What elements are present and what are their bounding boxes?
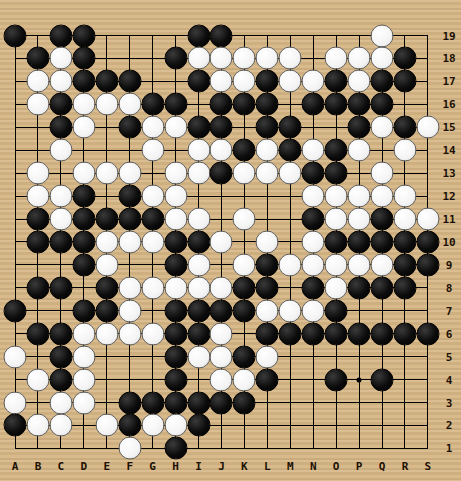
white-stone-E9[interactable] [95, 253, 118, 276]
white-stone-J6[interactable] [210, 322, 233, 345]
white-stone-L18[interactable] [256, 47, 279, 70]
black-stone-R17[interactable] [393, 70, 416, 93]
intersection-H19[interactable] [165, 25, 186, 46]
intersection-G7[interactable] [142, 300, 163, 321]
white-stone-K17[interactable] [233, 70, 256, 93]
intersection-O1[interactable] [326, 438, 347, 459]
white-stone-N14[interactable] [302, 139, 325, 162]
intersection-K15[interactable] [234, 117, 255, 138]
black-stone-S10[interactable] [416, 230, 439, 253]
intersection-R1[interactable] [394, 438, 415, 459]
intersection-G19[interactable] [142, 25, 163, 46]
white-stone-C14[interactable] [49, 139, 72, 162]
black-stone-R6[interactable] [393, 322, 416, 345]
white-stone-J4[interactable] [210, 368, 233, 391]
black-stone-N13[interactable] [302, 162, 325, 185]
white-stone-C2[interactable] [49, 414, 72, 437]
intersection-S8[interactable] [417, 277, 438, 298]
white-stone-D3[interactable] [72, 391, 95, 414]
black-stone-K7[interactable] [233, 299, 256, 322]
black-stone-H4[interactable] [164, 368, 187, 391]
black-stone-I10[interactable] [187, 230, 210, 253]
intersection-C7[interactable] [50, 300, 71, 321]
intersection-J12[interactable] [211, 186, 232, 207]
black-stone-J19[interactable] [210, 24, 233, 47]
intersection-S2[interactable] [417, 415, 438, 436]
intersection-K1[interactable] [234, 438, 255, 459]
black-stone-Q17[interactable] [371, 70, 394, 93]
black-stone-N6[interactable] [302, 322, 325, 345]
intersection-D2[interactable] [73, 415, 94, 436]
white-stone-G8[interactable] [141, 276, 164, 299]
intersection-G4[interactable] [142, 369, 163, 390]
black-stone-C4[interactable] [49, 368, 72, 391]
intersection-G17[interactable] [142, 71, 163, 92]
black-stone-C6[interactable] [49, 322, 72, 345]
black-stone-L15[interactable] [256, 116, 279, 139]
white-stone-A3[interactable] [4, 391, 27, 414]
black-stone-H7[interactable] [164, 299, 187, 322]
intersection-B19[interactable] [27, 25, 48, 46]
intersection-L11[interactable] [257, 209, 278, 230]
intersection-A11[interactable] [5, 209, 26, 230]
white-stone-B4[interactable] [26, 368, 49, 391]
black-stone-I7[interactable] [187, 299, 210, 322]
intersection-M12[interactable] [280, 186, 301, 207]
intersection-R4[interactable] [394, 369, 415, 390]
intersection-N5[interactable] [303, 346, 324, 367]
intersection-A6[interactable] [5, 323, 26, 344]
black-stone-E11[interactable] [95, 208, 118, 231]
intersection-L2[interactable] [257, 415, 278, 436]
black-stone-K5[interactable] [233, 345, 256, 368]
white-stone-E2[interactable] [95, 414, 118, 437]
black-stone-H18[interactable] [164, 47, 187, 70]
black-stone-R15[interactable] [393, 116, 416, 139]
white-stone-G14[interactable] [141, 139, 164, 162]
white-stone-H8[interactable] [164, 276, 187, 299]
black-stone-O4[interactable] [325, 368, 348, 391]
black-stone-M14[interactable] [279, 139, 302, 162]
black-stone-B8[interactable] [26, 276, 49, 299]
white-stone-I13[interactable] [187, 162, 210, 185]
black-stone-L6[interactable] [256, 322, 279, 345]
white-stone-J5[interactable] [210, 345, 233, 368]
white-stone-H15[interactable] [164, 116, 187, 139]
black-stone-J15[interactable] [210, 116, 233, 139]
black-stone-L16[interactable] [256, 93, 279, 116]
black-stone-D12[interactable] [72, 185, 95, 208]
white-stone-G6[interactable] [141, 322, 164, 345]
black-stone-C8[interactable] [49, 276, 72, 299]
black-stone-D10[interactable] [72, 230, 95, 253]
intersection-S12[interactable] [417, 186, 438, 207]
white-stone-J18[interactable] [210, 47, 233, 70]
black-stone-E17[interactable] [95, 70, 118, 93]
intersection-E14[interactable] [96, 140, 117, 161]
black-stone-S9[interactable] [416, 253, 439, 276]
black-stone-K8[interactable] [233, 276, 256, 299]
intersection-C9[interactable] [50, 254, 71, 275]
intersection-J9[interactable] [211, 254, 232, 275]
intersection-B3[interactable] [27, 392, 48, 413]
black-stone-L9[interactable] [256, 253, 279, 276]
black-stone-D19[interactable] [72, 24, 95, 47]
intersection-O3[interactable] [326, 392, 347, 413]
white-stone-G15[interactable] [141, 116, 164, 139]
black-stone-O17[interactable] [325, 70, 348, 93]
intersection-N19[interactable] [303, 25, 324, 46]
black-stone-N16[interactable] [302, 93, 325, 116]
intersection-A16[interactable] [5, 94, 26, 115]
black-stone-I17[interactable] [187, 70, 210, 93]
black-stone-O10[interactable] [325, 230, 348, 253]
black-stone-P6[interactable] [348, 322, 371, 345]
white-stone-O9[interactable] [325, 253, 348, 276]
intersection-F4[interactable] [119, 369, 140, 390]
black-stone-J7[interactable] [210, 299, 233, 322]
black-stone-D11[interactable] [72, 208, 95, 231]
white-stone-O8[interactable] [325, 276, 348, 299]
white-stone-N12[interactable] [302, 185, 325, 208]
intersection-F14[interactable] [119, 140, 140, 161]
white-stone-H11[interactable] [164, 208, 187, 231]
intersection-F19[interactable] [119, 25, 140, 46]
black-stone-J3[interactable] [210, 391, 233, 414]
black-stone-F17[interactable] [118, 70, 141, 93]
black-stone-F11[interactable] [118, 208, 141, 231]
black-stone-C5[interactable] [49, 345, 72, 368]
black-stone-M15[interactable] [279, 116, 302, 139]
black-stone-D18[interactable] [72, 47, 95, 70]
intersection-M5[interactable] [280, 346, 301, 367]
intersection-P7[interactable] [349, 300, 370, 321]
white-stone-D15[interactable] [72, 116, 95, 139]
intersection-R2[interactable] [394, 415, 415, 436]
intersection-A12[interactable] [5, 186, 26, 207]
white-stone-M9[interactable] [279, 253, 302, 276]
intersection-K2[interactable] [234, 415, 255, 436]
black-stone-O13[interactable] [325, 162, 348, 185]
white-stone-I18[interactable] [187, 47, 210, 70]
intersection-G5[interactable] [142, 346, 163, 367]
intersection-K10[interactable] [234, 231, 255, 252]
intersection-S1[interactable] [417, 438, 438, 459]
black-stone-B6[interactable] [26, 322, 49, 345]
white-stone-K18[interactable] [233, 47, 256, 70]
white-stone-L13[interactable] [256, 162, 279, 185]
intersection-A10[interactable] [5, 231, 26, 252]
white-stone-B16[interactable] [26, 93, 49, 116]
white-stone-D6[interactable] [72, 322, 95, 345]
intersection-D1[interactable] [73, 438, 94, 459]
black-stone-I3[interactable] [187, 391, 210, 414]
black-stone-S6[interactable] [416, 322, 439, 345]
intersection-A8[interactable] [5, 277, 26, 298]
white-stone-R11[interactable] [393, 208, 416, 231]
intersection-A18[interactable] [5, 48, 26, 69]
intersection-G9[interactable] [142, 254, 163, 275]
white-stone-O18[interactable] [325, 47, 348, 70]
black-stone-H9[interactable] [164, 253, 187, 276]
white-stone-H12[interactable] [164, 185, 187, 208]
white-stone-E6[interactable] [95, 322, 118, 345]
white-stone-F16[interactable] [118, 93, 141, 116]
white-stone-C3[interactable] [49, 391, 72, 414]
intersection-P1[interactable] [349, 438, 370, 459]
intersection-P13[interactable] [349, 163, 370, 184]
black-stone-P15[interactable] [348, 116, 371, 139]
intersection-E3[interactable] [96, 392, 117, 413]
black-stone-H10[interactable] [164, 230, 187, 253]
intersection-H17[interactable] [165, 71, 186, 92]
white-stone-E16[interactable] [95, 93, 118, 116]
intersection-L12[interactable] [257, 186, 278, 207]
intersection-N3[interactable] [303, 392, 324, 413]
white-stone-N9[interactable] [302, 253, 325, 276]
white-stone-F10[interactable] [118, 230, 141, 253]
intersection-B7[interactable] [27, 300, 48, 321]
intersection-E1[interactable] [96, 438, 117, 459]
intersection-M4[interactable] [280, 369, 301, 390]
white-stone-D13[interactable] [72, 162, 95, 185]
intersection-M2[interactable] [280, 415, 301, 436]
white-stone-D5[interactable] [72, 345, 95, 368]
black-stone-Q10[interactable] [371, 230, 394, 253]
intersection-Q7[interactable] [372, 300, 393, 321]
black-stone-F3[interactable] [118, 391, 141, 414]
white-stone-L14[interactable] [256, 139, 279, 162]
black-stone-C15[interactable] [49, 116, 72, 139]
white-stone-I11[interactable] [187, 208, 210, 231]
intersection-E19[interactable] [96, 25, 117, 46]
black-stone-K14[interactable] [233, 139, 256, 162]
intersection-S4[interactable] [417, 369, 438, 390]
white-stone-J14[interactable] [210, 139, 233, 162]
intersection-J1[interactable] [211, 438, 232, 459]
intersection-S14[interactable] [417, 140, 438, 161]
black-stone-H1[interactable] [164, 437, 187, 460]
intersection-M10[interactable] [280, 231, 301, 252]
intersection-R13[interactable] [394, 163, 415, 184]
intersection-N18[interactable] [303, 48, 324, 69]
intersection-P3[interactable] [349, 392, 370, 413]
black-stone-O14[interactable] [325, 139, 348, 162]
black-stone-D17[interactable] [72, 70, 95, 93]
white-stone-P9[interactable] [348, 253, 371, 276]
black-stone-O16[interactable] [325, 93, 348, 116]
white-stone-Q9[interactable] [371, 253, 394, 276]
white-stone-Q19[interactable] [371, 24, 394, 47]
black-stone-C16[interactable] [49, 93, 72, 116]
intersection-I1[interactable] [188, 438, 209, 459]
intersection-K12[interactable] [234, 186, 255, 207]
black-stone-F12[interactable] [118, 185, 141, 208]
intersection-A15[interactable] [5, 117, 26, 138]
intersection-G13[interactable] [142, 163, 163, 184]
white-stone-C12[interactable] [49, 185, 72, 208]
white-stone-Q18[interactable] [371, 47, 394, 70]
black-stone-I19[interactable] [187, 24, 210, 47]
white-stone-J17[interactable] [210, 70, 233, 93]
white-stone-L7[interactable] [256, 299, 279, 322]
white-stone-F6[interactable] [118, 322, 141, 345]
white-stone-K9[interactable] [233, 253, 256, 276]
intersection-A17[interactable] [5, 71, 26, 92]
intersection-E15[interactable] [96, 117, 117, 138]
black-stone-D7[interactable] [72, 299, 95, 322]
black-stone-N11[interactable] [302, 208, 325, 231]
white-stone-M13[interactable] [279, 162, 302, 185]
white-stone-K4[interactable] [233, 368, 256, 391]
white-stone-H2[interactable] [164, 414, 187, 437]
black-stone-E8[interactable] [95, 276, 118, 299]
white-stone-M7[interactable] [279, 299, 302, 322]
white-stone-O11[interactable] [325, 208, 348, 231]
white-stone-M18[interactable] [279, 47, 302, 70]
white-stone-G12[interactable] [141, 185, 164, 208]
intersection-S7[interactable] [417, 300, 438, 321]
black-stone-J13[interactable] [210, 162, 233, 185]
black-stone-H6[interactable] [164, 322, 187, 345]
white-stone-P11[interactable] [348, 208, 371, 231]
white-stone-C11[interactable] [49, 208, 72, 231]
intersection-P19[interactable] [349, 25, 370, 46]
intersection-Q3[interactable] [372, 392, 393, 413]
black-stone-B18[interactable] [26, 47, 49, 70]
white-stone-Q15[interactable] [371, 116, 394, 139]
white-stone-L5[interactable] [256, 345, 279, 368]
black-stone-R10[interactable] [393, 230, 416, 253]
intersection-L3[interactable] [257, 392, 278, 413]
intersection-M1[interactable] [280, 438, 301, 459]
white-stone-L10[interactable] [256, 230, 279, 253]
white-stone-D16[interactable] [72, 93, 95, 116]
intersection-O2[interactable] [326, 415, 347, 436]
black-stone-B11[interactable] [26, 208, 49, 231]
black-stone-H3[interactable] [164, 391, 187, 414]
white-stone-B12[interactable] [26, 185, 49, 208]
intersection-O19[interactable] [326, 25, 347, 46]
black-stone-L8[interactable] [256, 276, 279, 299]
black-stone-Q16[interactable] [371, 93, 394, 116]
black-stone-K3[interactable] [233, 391, 256, 414]
black-stone-R9[interactable] [393, 253, 416, 276]
intersection-A1[interactable] [5, 438, 26, 459]
black-stone-R18[interactable] [393, 47, 416, 70]
intersection-K19[interactable] [234, 25, 255, 46]
intersection-E4[interactable] [96, 369, 117, 390]
intersection-Q14[interactable] [372, 140, 393, 161]
black-stone-L4[interactable] [256, 368, 279, 391]
white-stone-F1[interactable] [118, 437, 141, 460]
white-stone-S11[interactable] [416, 208, 439, 231]
white-stone-H13[interactable] [164, 162, 187, 185]
intersection-B14[interactable] [27, 140, 48, 161]
black-stone-E7[interactable] [95, 299, 118, 322]
intersection-I4[interactable] [188, 369, 209, 390]
intersection-F5[interactable] [119, 346, 140, 367]
black-stone-G3[interactable] [141, 391, 164, 414]
intersection-R16[interactable] [394, 94, 415, 115]
intersection-Q1[interactable] [372, 438, 393, 459]
intersection-O15[interactable] [326, 117, 347, 138]
white-stone-I14[interactable] [187, 139, 210, 162]
intersection-J11[interactable] [211, 209, 232, 230]
white-stone-I8[interactable] [187, 276, 210, 299]
white-stone-C17[interactable] [49, 70, 72, 93]
intersection-N15[interactable] [303, 117, 324, 138]
intersection-F9[interactable] [119, 254, 140, 275]
white-stone-B2[interactable] [26, 414, 49, 437]
intersection-S19[interactable] [417, 25, 438, 46]
white-stone-K11[interactable] [233, 208, 256, 231]
black-stone-I2[interactable] [187, 414, 210, 437]
white-stone-I5[interactable] [187, 345, 210, 368]
white-stone-J10[interactable] [210, 230, 233, 253]
intersection-M19[interactable] [280, 25, 301, 46]
black-stone-Q8[interactable] [371, 276, 394, 299]
black-stone-P8[interactable] [348, 276, 371, 299]
intersection-A4[interactable] [5, 369, 26, 390]
black-stone-O7[interactable] [325, 299, 348, 322]
black-stone-O6[interactable] [325, 322, 348, 345]
intersection-L19[interactable] [257, 25, 278, 46]
black-stone-R8[interactable] [393, 276, 416, 299]
black-stone-A19[interactable] [4, 24, 27, 47]
intersection-L1[interactable] [257, 438, 278, 459]
black-stone-Q11[interactable] [371, 208, 394, 231]
white-stone-F8[interactable] [118, 276, 141, 299]
white-stone-C18[interactable] [49, 47, 72, 70]
intersection-D8[interactable] [73, 277, 94, 298]
white-stone-R12[interactable] [393, 185, 416, 208]
black-stone-P16[interactable] [348, 93, 371, 116]
white-stone-G2[interactable] [141, 414, 164, 437]
white-stone-D4[interactable] [72, 368, 95, 391]
black-stone-C10[interactable] [49, 230, 72, 253]
white-stone-F7[interactable] [118, 299, 141, 322]
intersection-S5[interactable] [417, 346, 438, 367]
white-stone-J8[interactable] [210, 276, 233, 299]
intersection-N2[interactable] [303, 415, 324, 436]
black-stone-I6[interactable] [187, 322, 210, 345]
intersection-S18[interactable] [417, 48, 438, 69]
white-stone-N17[interactable] [302, 70, 325, 93]
intersection-E12[interactable] [96, 186, 117, 207]
intersection-P2[interactable] [349, 415, 370, 436]
intersection-H14[interactable] [165, 140, 186, 161]
intersection-Q5[interactable] [372, 346, 393, 367]
intersection-P5[interactable] [349, 346, 370, 367]
intersection-S3[interactable] [417, 392, 438, 413]
black-stone-P10[interactable] [348, 230, 371, 253]
intersection-R19[interactable] [394, 25, 415, 46]
black-stone-F15[interactable] [118, 116, 141, 139]
black-stone-N8[interactable] [302, 276, 325, 299]
intersection-A13[interactable] [5, 163, 26, 184]
white-stone-Q13[interactable] [371, 162, 394, 185]
intersection-E18[interactable] [96, 48, 117, 69]
intersection-S16[interactable] [417, 94, 438, 115]
black-stone-I15[interactable] [187, 116, 210, 139]
intersection-M3[interactable] [280, 392, 301, 413]
white-stone-B17[interactable] [26, 70, 49, 93]
intersection-C1[interactable] [50, 438, 71, 459]
white-stone-I9[interactable] [187, 253, 210, 276]
white-stone-N10[interactable] [302, 230, 325, 253]
black-stone-G16[interactable] [141, 93, 164, 116]
